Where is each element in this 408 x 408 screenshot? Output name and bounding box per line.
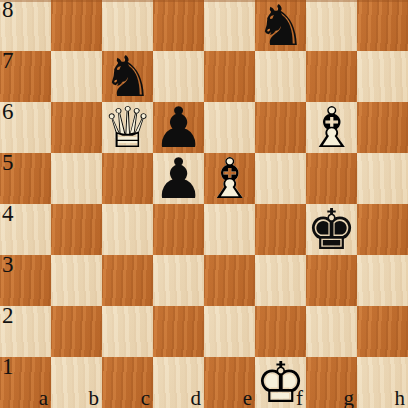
square-e7[interactable] <box>204 51 255 102</box>
square-a4[interactable]: 4 <box>0 204 51 255</box>
square-b7[interactable] <box>51 51 102 102</box>
square-b8[interactable] <box>51 0 102 51</box>
square-c2[interactable] <box>102 306 153 357</box>
square-e2[interactable] <box>204 306 255 357</box>
square-c3[interactable] <box>102 255 153 306</box>
square-f3[interactable] <box>255 255 306 306</box>
piece-white-bishop[interactable]: ♝♗ <box>306 102 357 153</box>
square-f6[interactable] <box>255 102 306 153</box>
rank-label-3: 3 <box>2 252 14 277</box>
white-bishop-outline: ♗ <box>204 153 255 204</box>
piece-white-king[interactable]: ♚♔ <box>255 357 306 408</box>
rank-label-2: 2 <box>2 303 14 328</box>
chess-board: 8♞7♞6♛♕♟︎♝♗5♟︎♝♗4♚321abcdef♚♔gh <box>0 0 408 408</box>
square-h7[interactable] <box>357 51 408 102</box>
square-f4[interactable] <box>255 204 306 255</box>
square-g8[interactable] <box>306 0 357 51</box>
white-bishop-outline: ♗ <box>306 102 357 153</box>
piece-black-king[interactable]: ♚ <box>306 204 357 255</box>
square-c1[interactable]: c <box>102 357 153 408</box>
white-king-outline: ♔ <box>255 357 306 408</box>
file-label-c: c <box>141 388 150 408</box>
square-e4[interactable] <box>204 204 255 255</box>
square-c4[interactable] <box>102 204 153 255</box>
file-label-h: h <box>395 388 406 408</box>
square-a2[interactable]: 2 <box>0 306 51 357</box>
square-b3[interactable] <box>51 255 102 306</box>
piece-white-bishop[interactable]: ♝♗ <box>204 153 255 204</box>
square-h2[interactable] <box>357 306 408 357</box>
square-d5[interactable]: ♟︎ <box>153 153 204 204</box>
piece-white-queen[interactable]: ♛♕ <box>102 102 153 153</box>
square-d4[interactable] <box>153 204 204 255</box>
square-b5[interactable] <box>51 153 102 204</box>
file-label-a: a <box>39 388 48 408</box>
square-b4[interactable] <box>51 204 102 255</box>
square-g3[interactable] <box>306 255 357 306</box>
square-g1[interactable]: g <box>306 357 357 408</box>
square-b6[interactable] <box>51 102 102 153</box>
square-h3[interactable] <box>357 255 408 306</box>
square-g6[interactable]: ♝♗ <box>306 102 357 153</box>
rank-label-4: 4 <box>2 201 14 226</box>
file-label-g: g <box>344 388 355 408</box>
square-a3[interactable]: 3 <box>0 255 51 306</box>
rank-label-5: 5 <box>2 150 14 175</box>
square-f5[interactable] <box>255 153 306 204</box>
square-e3[interactable] <box>204 255 255 306</box>
black-knight-glyph: ♞ <box>255 0 306 51</box>
piece-black-knight[interactable]: ♞ <box>255 0 306 51</box>
file-label-b: b <box>89 388 100 408</box>
square-c6[interactable]: ♛♕ <box>102 102 153 153</box>
square-h6[interactable] <box>357 102 408 153</box>
square-f1[interactable]: f♚♔ <box>255 357 306 408</box>
square-h1[interactable]: h <box>357 357 408 408</box>
square-f8[interactable]: ♞ <box>255 0 306 51</box>
square-a7[interactable]: 7 <box>0 51 51 102</box>
square-a6[interactable]: 6 <box>0 102 51 153</box>
white-queen-outline: ♕ <box>102 102 153 153</box>
square-f7[interactable] <box>255 51 306 102</box>
square-d3[interactable] <box>153 255 204 306</box>
rank-label-6: 6 <box>2 99 14 124</box>
square-g2[interactable] <box>306 306 357 357</box>
square-e8[interactable] <box>204 0 255 51</box>
square-a5[interactable]: 5 <box>0 153 51 204</box>
black-king-glyph: ♚ <box>306 204 357 255</box>
black-pawn-glyph: ♟︎ <box>153 153 204 204</box>
square-b2[interactable] <box>51 306 102 357</box>
rank-label-8: 8 <box>2 0 14 22</box>
square-h5[interactable] <box>357 153 408 204</box>
square-b1[interactable]: b <box>51 357 102 408</box>
square-h4[interactable] <box>357 204 408 255</box>
rank-label-7: 7 <box>2 48 14 73</box>
rank-label-1: 1 <box>2 354 14 379</box>
square-g4[interactable]: ♚ <box>306 204 357 255</box>
square-c5[interactable] <box>102 153 153 204</box>
square-d2[interactable] <box>153 306 204 357</box>
square-d8[interactable] <box>153 0 204 51</box>
square-a1[interactable]: 1a <box>0 357 51 408</box>
square-e5[interactable]: ♝♗ <box>204 153 255 204</box>
file-label-d: d <box>191 388 202 408</box>
file-label-e: e <box>243 388 252 408</box>
square-d1[interactable]: d <box>153 357 204 408</box>
piece-black-pawn[interactable]: ♟︎ <box>153 153 204 204</box>
square-h8[interactable] <box>357 0 408 51</box>
square-a8[interactable]: 8 <box>0 0 51 51</box>
square-e1[interactable]: e <box>204 357 255 408</box>
